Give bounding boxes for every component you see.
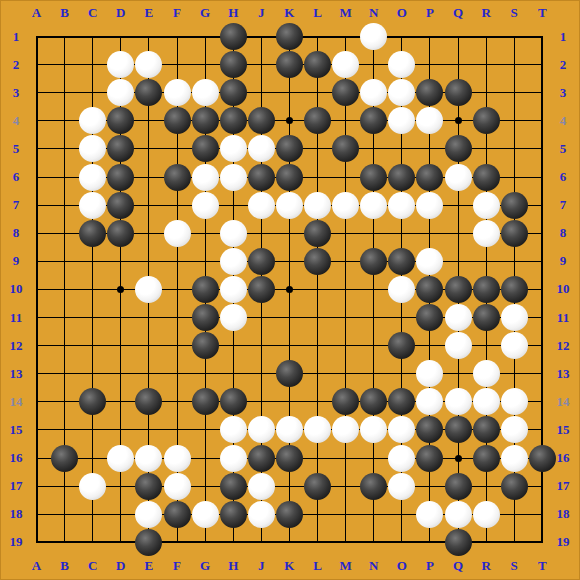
stone-white-P9[interactable] [416, 248, 443, 275]
row-label-right-7: 7 [548, 197, 578, 213]
row-label-left-15: 15 [1, 422, 31, 438]
stone-black-P15[interactable] [416, 416, 443, 443]
stone-black-R6[interactable] [473, 164, 500, 191]
stone-white-N3[interactable] [360, 79, 387, 106]
stone-white-P4[interactable] [416, 107, 443, 134]
column-label-bottom-K: K [274, 558, 304, 574]
stone-white-N1[interactable] [360, 23, 387, 50]
stone-black-O6[interactable] [388, 164, 415, 191]
stone-black-D7[interactable] [107, 192, 134, 219]
stone-white-H10[interactable] [220, 276, 247, 303]
stone-white-G3[interactable] [192, 79, 219, 106]
row-label-left-18: 18 [1, 506, 31, 522]
column-label-bottom-N: N [359, 558, 389, 574]
stone-white-S12[interactable] [501, 332, 528, 359]
column-label-top-L: L [303, 5, 333, 21]
stone-black-N6[interactable] [360, 164, 387, 191]
stone-white-L7[interactable] [304, 192, 331, 219]
row-label-left-3: 3 [1, 85, 31, 101]
stone-black-L17[interactable] [304, 473, 331, 500]
stone-white-O7[interactable] [388, 192, 415, 219]
stone-black-H4[interactable] [220, 107, 247, 134]
stone-black-N4[interactable] [360, 107, 387, 134]
stone-black-N14[interactable] [360, 388, 387, 415]
row-label-right-18: 18 [548, 506, 578, 522]
column-label-bottom-A: A [22, 558, 52, 574]
stone-white-H8[interactable] [220, 220, 247, 247]
stone-white-P14[interactable] [416, 388, 443, 415]
stone-white-P7[interactable] [416, 192, 443, 219]
stone-white-G7[interactable] [192, 192, 219, 219]
row-label-left-5: 5 [1, 141, 31, 157]
stone-black-P10[interactable] [416, 276, 443, 303]
stone-white-H15[interactable] [220, 416, 247, 443]
row-label-left-1: 1 [1, 29, 31, 45]
stone-black-R15[interactable] [473, 416, 500, 443]
stone-white-R13[interactable] [473, 360, 500, 387]
row-label-right-8: 8 [548, 225, 578, 241]
column-label-top-S: S [499, 5, 529, 21]
stone-black-G5[interactable] [192, 135, 219, 162]
stone-black-K1[interactable] [276, 23, 303, 50]
row-label-left-16: 16 [1, 450, 31, 466]
stone-black-Q19[interactable] [445, 529, 472, 556]
stone-black-H17[interactable] [220, 473, 247, 500]
row-label-right-17: 17 [548, 478, 578, 494]
column-label-top-N: N [359, 5, 389, 21]
stone-black-P11[interactable] [416, 304, 443, 331]
stone-white-R14[interactable] [473, 388, 500, 415]
stone-white-H6[interactable] [220, 164, 247, 191]
stone-black-J16[interactable] [248, 445, 275, 472]
column-label-bottom-G: G [190, 558, 220, 574]
row-label-right-14: 14 [548, 394, 578, 410]
stone-black-E19[interactable] [135, 529, 162, 556]
stone-white-K15[interactable] [276, 416, 303, 443]
stone-white-O2[interactable] [388, 51, 415, 78]
column-label-top-M: M [331, 5, 361, 21]
stone-white-C7[interactable] [79, 192, 106, 219]
column-label-top-O: O [387, 5, 417, 21]
stone-white-R7[interactable] [473, 192, 500, 219]
column-label-bottom-F: F [162, 558, 192, 574]
stone-black-L4[interactable] [304, 107, 331, 134]
stone-white-S16[interactable] [501, 445, 528, 472]
column-label-bottom-P: P [415, 558, 445, 574]
stone-black-G12[interactable] [192, 332, 219, 359]
stone-black-K16[interactable] [276, 445, 303, 472]
stone-black-H18[interactable] [220, 501, 247, 528]
stone-white-E10[interactable] [135, 276, 162, 303]
stone-white-H9[interactable] [220, 248, 247, 275]
stone-black-N17[interactable] [360, 473, 387, 500]
stone-white-K7[interactable] [276, 192, 303, 219]
stone-white-Q12[interactable] [445, 332, 472, 359]
stone-black-H14[interactable] [220, 388, 247, 415]
row-label-right-19: 19 [548, 534, 578, 550]
stone-black-Q17[interactable] [445, 473, 472, 500]
column-label-bottom-R: R [471, 558, 501, 574]
row-label-left-17: 17 [1, 478, 31, 494]
stone-black-K5[interactable] [276, 135, 303, 162]
row-label-right-15: 15 [548, 422, 578, 438]
column-label-top-B: B [50, 5, 80, 21]
stone-black-P6[interactable] [416, 164, 443, 191]
column-label-bottom-T: T [527, 558, 557, 574]
stone-black-H1[interactable] [220, 23, 247, 50]
stone-black-L9[interactable] [304, 248, 331, 275]
stone-black-F18[interactable] [164, 501, 191, 528]
row-label-right-11: 11 [548, 310, 578, 326]
hoshi-point-Q16 [455, 455, 462, 462]
stone-black-Q10[interactable] [445, 276, 472, 303]
column-label-top-E: E [134, 5, 164, 21]
stone-black-Q3[interactable] [445, 79, 472, 106]
stone-black-P16[interactable] [416, 445, 443, 472]
column-label-top-C: C [78, 5, 108, 21]
stone-white-M7[interactable] [332, 192, 359, 219]
stone-black-P3[interactable] [416, 79, 443, 106]
stone-white-S14[interactable] [501, 388, 528, 415]
column-label-bottom-E: E [134, 558, 164, 574]
stone-black-E14[interactable] [135, 388, 162, 415]
stone-black-K18[interactable] [276, 501, 303, 528]
column-label-bottom-J: J [246, 558, 276, 574]
column-label-top-A: A [22, 5, 52, 21]
column-label-bottom-Q: Q [443, 558, 473, 574]
column-label-top-P: P [415, 5, 445, 21]
stone-white-G18[interactable] [192, 501, 219, 528]
stone-white-Q6[interactable] [445, 164, 472, 191]
stone-black-M14[interactable] [332, 388, 359, 415]
row-label-right-12: 12 [548, 338, 578, 354]
hoshi-point-K4 [286, 117, 293, 124]
stone-black-B16[interactable] [51, 445, 78, 472]
stone-black-E17[interactable] [135, 473, 162, 500]
row-label-left-6: 6 [1, 169, 31, 185]
column-label-top-R: R [471, 5, 501, 21]
stone-white-G6[interactable] [192, 164, 219, 191]
column-label-bottom-O: O [387, 558, 417, 574]
stone-white-D3[interactable] [107, 79, 134, 106]
row-label-left-10: 10 [1, 281, 31, 297]
stone-white-D16[interactable] [107, 445, 134, 472]
stone-black-M3[interactable] [332, 79, 359, 106]
stone-white-J7[interactable] [248, 192, 275, 219]
stone-white-J15[interactable] [248, 416, 275, 443]
stone-black-J9[interactable] [248, 248, 275, 275]
row-label-left-8: 8 [1, 225, 31, 241]
stone-black-K6[interactable] [276, 164, 303, 191]
stone-white-P18[interactable] [416, 501, 443, 528]
row-label-right-2: 2 [548, 57, 578, 73]
stone-black-L8[interactable] [304, 220, 331, 247]
stone-black-H2[interactable] [220, 51, 247, 78]
stone-white-Q18[interactable] [445, 501, 472, 528]
stone-black-O12[interactable] [388, 332, 415, 359]
stone-black-S7[interactable] [501, 192, 528, 219]
stone-black-S10[interactable] [501, 276, 528, 303]
stone-white-O16[interactable] [388, 445, 415, 472]
stone-black-M5[interactable] [332, 135, 359, 162]
stone-white-P13[interactable] [416, 360, 443, 387]
stone-white-N7[interactable] [360, 192, 387, 219]
stone-black-J4[interactable] [248, 107, 275, 134]
row-label-right-4: 4 [548, 113, 578, 129]
stone-black-L2[interactable] [304, 51, 331, 78]
row-label-left-2: 2 [1, 57, 31, 73]
hoshi-point-K10 [286, 286, 293, 293]
stone-white-C6[interactable] [79, 164, 106, 191]
stone-black-Q5[interactable] [445, 135, 472, 162]
column-label-top-J: J [246, 5, 276, 21]
stone-black-S8[interactable] [501, 220, 528, 247]
stone-white-F16[interactable] [164, 445, 191, 472]
row-label-right-13: 13 [548, 366, 578, 382]
stone-black-G11[interactable] [192, 304, 219, 331]
stone-black-G14[interactable] [192, 388, 219, 415]
row-label-left-9: 9 [1, 253, 31, 269]
stone-white-S11[interactable] [501, 304, 528, 331]
stone-white-O4[interactable] [388, 107, 415, 134]
column-label-bottom-S: S [499, 558, 529, 574]
stone-white-L15[interactable] [304, 416, 331, 443]
go-board-screen: ABCDEFGHJKLMNOPQRST ABCDEFGHJKLMNOPQRST … [0, 0, 580, 580]
stone-black-O9[interactable] [388, 248, 415, 275]
stone-black-R4[interactable] [473, 107, 500, 134]
stone-black-R11[interactable] [473, 304, 500, 331]
row-label-right-3: 3 [548, 85, 578, 101]
stone-white-H11[interactable] [220, 304, 247, 331]
stone-white-R8[interactable] [473, 220, 500, 247]
row-label-left-19: 19 [1, 534, 31, 550]
stone-white-E2[interactable] [135, 51, 162, 78]
stone-black-D6[interactable] [107, 164, 134, 191]
stone-black-R16[interactable] [473, 445, 500, 472]
stone-white-O10[interactable] [388, 276, 415, 303]
stone-black-J6[interactable] [248, 164, 275, 191]
hoshi-point-D10 [117, 286, 124, 293]
stone-black-K2[interactable] [276, 51, 303, 78]
row-label-left-13: 13 [1, 366, 31, 382]
column-label-top-H: H [218, 5, 248, 21]
stone-black-F4[interactable] [164, 107, 191, 134]
hoshi-point-Q4 [455, 117, 462, 124]
stone-white-D2[interactable] [107, 51, 134, 78]
column-label-top-T: T [527, 5, 557, 21]
stone-white-J18[interactable] [248, 501, 275, 528]
stone-black-D8[interactable] [107, 220, 134, 247]
stone-black-D4[interactable] [107, 107, 134, 134]
stone-white-M15[interactable] [332, 416, 359, 443]
row-label-left-7: 7 [1, 197, 31, 213]
stone-black-T16[interactable] [529, 445, 556, 472]
column-label-bottom-M: M [331, 558, 361, 574]
row-label-right-1: 1 [548, 29, 578, 45]
column-label-top-D: D [106, 5, 136, 21]
stone-white-C4[interactable] [79, 107, 106, 134]
stone-white-F17[interactable] [164, 473, 191, 500]
column-label-bottom-L: L [303, 558, 333, 574]
column-label-bottom-H: H [218, 558, 248, 574]
stone-white-O17[interactable] [388, 473, 415, 500]
row-label-right-5: 5 [548, 141, 578, 157]
stone-black-R10[interactable] [473, 276, 500, 303]
row-label-left-4: 4 [1, 113, 31, 129]
stone-white-Q14[interactable] [445, 388, 472, 415]
column-label-bottom-D: D [106, 558, 136, 574]
row-label-left-11: 11 [1, 310, 31, 326]
row-label-left-12: 12 [1, 338, 31, 354]
stone-white-R18[interactable] [473, 501, 500, 528]
stone-white-F3[interactable] [164, 79, 191, 106]
stone-white-C17[interactable] [79, 473, 106, 500]
stone-black-H3[interactable] [220, 79, 247, 106]
stone-white-C5[interactable] [79, 135, 106, 162]
row-label-right-6: 6 [548, 169, 578, 185]
stone-white-E16[interactable] [135, 445, 162, 472]
column-label-bottom-B: B [50, 558, 80, 574]
stone-black-O14[interactable] [388, 388, 415, 415]
stone-black-C8[interactable] [79, 220, 106, 247]
stone-black-Q15[interactable] [445, 416, 472, 443]
stone-white-E18[interactable] [135, 501, 162, 528]
column-label-top-F: F [162, 5, 192, 21]
stone-black-C14[interactable] [79, 388, 106, 415]
stone-white-H5[interactable] [220, 135, 247, 162]
stone-black-N9[interactable] [360, 248, 387, 275]
stone-white-J5[interactable] [248, 135, 275, 162]
row-label-right-9: 9 [548, 253, 578, 269]
stone-black-G4[interactable] [192, 107, 219, 134]
stone-white-M2[interactable] [332, 51, 359, 78]
stone-black-E3[interactable] [135, 79, 162, 106]
stone-black-J10[interactable] [248, 276, 275, 303]
column-label-bottom-C: C [78, 558, 108, 574]
stone-black-G10[interactable] [192, 276, 219, 303]
stone-white-Q11[interactable] [445, 304, 472, 331]
stone-white-F8[interactable] [164, 220, 191, 247]
stone-white-O3[interactable] [388, 79, 415, 106]
column-label-top-Q: Q [443, 5, 473, 21]
stone-black-F6[interactable] [164, 164, 191, 191]
stone-black-D5[interactable] [107, 135, 134, 162]
stone-white-S15[interactable] [501, 416, 528, 443]
stone-white-O15[interactable] [388, 416, 415, 443]
column-label-top-K: K [274, 5, 304, 21]
grid-line-vertical [345, 36, 346, 544]
stone-white-H16[interactable] [220, 445, 247, 472]
stone-white-J17[interactable] [248, 473, 275, 500]
column-label-top-G: G [190, 5, 220, 21]
stone-white-N15[interactable] [360, 416, 387, 443]
row-label-right-10: 10 [548, 281, 578, 297]
stone-black-S17[interactable] [501, 473, 528, 500]
row-label-left-14: 14 [1, 394, 31, 410]
stone-black-K13[interactable] [276, 360, 303, 387]
